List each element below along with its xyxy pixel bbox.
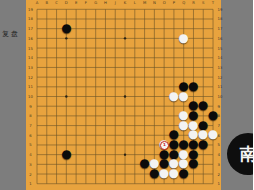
white-stone[interactable]: ● (179, 121, 189, 131)
review-mode-label: 复盘 (2, 29, 20, 39)
black-stone[interactable]: ● (61, 24, 71, 34)
white-stone[interactable]: ● (169, 169, 179, 179)
black-stone[interactable]: ● (179, 169, 189, 179)
black-stone[interactable]: ● (198, 101, 208, 111)
white-stone[interactable]: ●1 (159, 140, 169, 150)
black-stone[interactable]: ● (188, 82, 198, 92)
black-stone[interactable]: ● (198, 140, 208, 150)
go-board[interactable]: ABCDEFGHJKLMNOPQRST 19181716151413121110… (26, 0, 221, 190)
app-logo: 南 大 (227, 133, 253, 175)
stone-grid[interactable]: ●●●●●●●●●●●●●●●●●●●●●●●●●●●●●●●●1●●●●●● (32, 4, 218, 188)
black-stone[interactable]: ● (61, 150, 71, 160)
black-stone[interactable]: ● (140, 159, 150, 169)
go-review-screen: 复盘 ABCDEFGHJKLMNOPQRST 19181716151413121… (0, 0, 253, 190)
white-stone[interactable]: ● (179, 159, 189, 169)
black-stone[interactable]: ● (188, 159, 198, 169)
white-stone[interactable]: ● (198, 130, 208, 140)
black-stone[interactable]: ● (208, 111, 218, 121)
white-stone[interactable]: ● (179, 34, 189, 44)
white-stone[interactable]: ● (188, 130, 198, 140)
white-stone[interactable]: ● (179, 92, 189, 102)
white-stone[interactable]: ● (208, 130, 218, 140)
black-stone[interactable]: ● (149, 169, 159, 179)
white-stone[interactable]: ● (149, 159, 159, 169)
white-stone[interactable]: ● (159, 169, 169, 179)
logo-main-character: 南 (240, 146, 254, 163)
last-move-marker: 1 (160, 141, 169, 150)
